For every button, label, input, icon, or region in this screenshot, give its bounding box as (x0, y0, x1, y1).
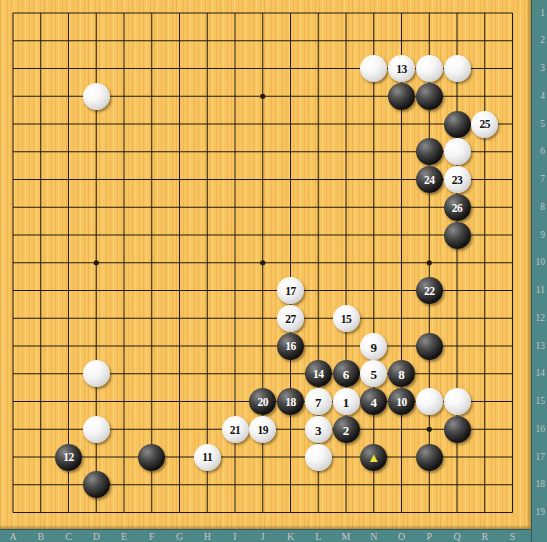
column-label-B: B (28, 531, 54, 542)
stone-black-P17[interactable] (416, 444, 443, 471)
board-stone-grid[interactable]: 1325242326172227151691465820187141021193… (0, 0, 526, 526)
move-number: 14 (313, 369, 324, 381)
stone-black-Q9[interactable] (444, 222, 471, 249)
column-label-A: A (0, 531, 26, 542)
stone-white-K12[interactable]: 27 (277, 305, 304, 332)
move-number: 22 (424, 285, 435, 297)
move-number: 6 (343, 368, 350, 381)
stone-white-N14[interactable]: 5 (360, 360, 387, 387)
move-number: 3 (315, 423, 322, 436)
move-number: 2 (343, 423, 350, 436)
stone-black-J15[interactable]: 20 (249, 388, 276, 415)
stone-black-P11[interactable]: 22 (416, 277, 443, 304)
move-number: 13 (396, 63, 407, 75)
move-number: 21 (230, 424, 241, 436)
stone-white-D14[interactable] (83, 360, 110, 387)
stone-white-Q6[interactable] (444, 138, 471, 165)
stone-black-K15[interactable]: 18 (277, 388, 304, 415)
stone-black-O14[interactable]: 8 (388, 360, 415, 387)
column-coordinates-strip: ABCDEFGHIJKLMNOPQRS (0, 529, 531, 542)
row-label-12: 12 (532, 313, 545, 324)
row-label-18: 18 (532, 479, 545, 490)
column-label-Q: Q (444, 531, 470, 542)
row-label-4: 4 (532, 91, 545, 102)
row-label-19: 19 (532, 507, 545, 518)
stone-black-F17[interactable] (138, 444, 165, 471)
move-number: 24 (424, 174, 435, 186)
stone-black-Q8[interactable]: 26 (444, 194, 471, 221)
stone-black-N15[interactable]: 4 (360, 388, 387, 415)
stone-white-N3[interactable] (360, 55, 387, 82)
row-label-3: 3 (532, 63, 545, 74)
row-coordinates-sidebar: 12345678910111213141516171819 (531, 0, 547, 542)
row-label-9: 9 (532, 230, 545, 241)
stone-white-R5[interactable]: 25 (471, 111, 498, 138)
row-label-1: 1 (532, 8, 545, 19)
row-label-5: 5 (532, 119, 545, 130)
column-label-K: K (278, 531, 304, 542)
stone-white-P3[interactable] (416, 55, 443, 82)
row-label-7: 7 (532, 174, 545, 185)
move-number: 5 (371, 368, 378, 381)
column-label-F: F (139, 531, 165, 542)
move-number: 1 (343, 396, 350, 409)
stone-white-Q7[interactable]: 23 (444, 166, 471, 193)
column-label-P: P (416, 531, 442, 542)
column-label-M: M (333, 531, 359, 542)
stone-white-I16[interactable]: 21 (222, 416, 249, 443)
stone-black-N17[interactable]: ▲ (360, 444, 387, 471)
stone-black-O4[interactable] (388, 83, 415, 110)
stone-black-M16[interactable]: 2 (333, 416, 360, 443)
stone-black-P7[interactable]: 24 (416, 166, 443, 193)
stone-white-O3[interactable]: 13 (388, 55, 415, 82)
column-label-D: D (83, 531, 109, 542)
move-number: 18 (285, 396, 296, 408)
move-number: 7 (315, 396, 322, 409)
stone-white-M12[interactable]: 15 (333, 305, 360, 332)
move-number: 9 (371, 340, 378, 353)
move-number: 26 (452, 202, 463, 214)
move-number: 25 (480, 119, 491, 131)
stone-black-P6[interactable] (416, 138, 443, 165)
stone-white-J16[interactable]: 19 (249, 416, 276, 443)
column-label-C: C (56, 531, 82, 542)
move-number: 27 (285, 313, 296, 325)
stone-black-K13[interactable]: 16 (277, 333, 304, 360)
stone-white-P15[interactable] (416, 388, 443, 415)
move-number: 15 (341, 313, 352, 325)
move-number: 20 (258, 396, 269, 408)
move-number: 10 (396, 396, 407, 408)
column-label-R: R (472, 531, 498, 542)
column-label-I: I (222, 531, 248, 542)
move-number: 8 (398, 368, 405, 381)
column-label-O: O (389, 531, 415, 542)
go-board-diagram: 1325242326172227151691465820187141021193… (0, 0, 547, 542)
row-label-2: 2 (532, 35, 545, 46)
move-number: 23 (452, 174, 463, 186)
stone-white-L15[interactable]: 7 (305, 388, 332, 415)
stone-black-Q16[interactable] (444, 416, 471, 443)
row-label-8: 8 (532, 202, 545, 213)
stone-white-H17[interactable]: 11 (194, 444, 221, 471)
column-label-H: H (194, 531, 220, 542)
move-number: 16 (285, 341, 296, 353)
row-label-17: 17 (532, 452, 545, 463)
stone-white-Q3[interactable] (444, 55, 471, 82)
row-label-10: 10 (532, 257, 545, 268)
row-label-14: 14 (532, 368, 545, 379)
stone-black-O15[interactable]: 10 (388, 388, 415, 415)
move-number: 12 (63, 452, 74, 464)
column-label-N: N (361, 531, 387, 542)
row-label-15: 15 (532, 396, 545, 407)
stone-black-L14[interactable]: 14 (305, 360, 332, 387)
column-label-G: G (167, 531, 193, 542)
stone-white-L16[interactable]: 3 (305, 416, 332, 443)
stone-white-D16[interactable] (83, 416, 110, 443)
column-label-L: L (305, 531, 331, 542)
move-number: 17 (285, 285, 296, 297)
column-label-S: S (500, 531, 526, 542)
row-label-6: 6 (532, 146, 545, 157)
column-label-J: J (250, 531, 276, 542)
stone-white-M15[interactable]: 1 (333, 388, 360, 415)
move-number: 4 (371, 396, 378, 409)
column-label-E: E (111, 531, 137, 542)
row-label-13: 13 (532, 341, 545, 352)
stone-black-Q5[interactable] (444, 111, 471, 138)
stone-white-K11[interactable]: 17 (277, 277, 304, 304)
stone-white-L17[interactable] (305, 444, 332, 471)
stone-black-C17[interactable]: 12 (55, 444, 82, 471)
stone-black-M14[interactable]: 6 (333, 360, 360, 387)
stone-black-P13[interactable] (416, 333, 443, 360)
row-label-16: 16 (532, 424, 545, 435)
stone-white-D4[interactable] (83, 83, 110, 110)
stone-white-Q15[interactable] (444, 388, 471, 415)
stone-white-N13[interactable]: 9 (360, 333, 387, 360)
stone-black-D18[interactable] (83, 471, 110, 498)
move-number: 11 (202, 452, 212, 464)
stone-black-P4[interactable] (416, 83, 443, 110)
triangle-mark-icon: ▲ (367, 450, 380, 463)
move-number: 19 (258, 424, 269, 436)
row-label-11: 11 (532, 285, 545, 296)
